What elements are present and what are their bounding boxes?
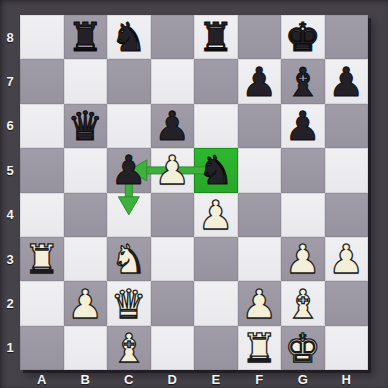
black-pawn-icon[interactable]: ♟ <box>325 59 369 103</box>
square-d2[interactable] <box>151 281 195 325</box>
square-e7[interactable] <box>194 59 238 103</box>
square-f3[interactable] <box>238 237 282 281</box>
square-h4[interactable] <box>325 193 369 237</box>
square-h8[interactable] <box>325 15 369 59</box>
file-label-d: D <box>151 370 195 388</box>
black-rook-icon[interactable]: ♜ <box>194 15 238 59</box>
square-d4[interactable] <box>151 193 195 237</box>
square-b1[interactable] <box>64 326 108 370</box>
rank-label-3: 3 <box>0 237 20 281</box>
black-pawn-icon[interactable]: ♟ <box>151 104 195 148</box>
white-bishop-icon[interactable]: ♝ <box>281 281 325 325</box>
file-label-b: B <box>64 370 108 388</box>
white-pawn-icon[interactable]: ♟ <box>194 193 238 237</box>
file-label-a: A <box>20 370 64 388</box>
rank-label-8: 8 <box>0 15 20 59</box>
square-b3[interactable] <box>64 237 108 281</box>
square-a5[interactable] <box>20 148 64 192</box>
black-king-icon[interactable]: ♚ <box>281 15 325 59</box>
square-h5[interactable] <box>325 148 369 192</box>
rank-label-4: 4 <box>0 193 20 237</box>
square-e2[interactable] <box>194 281 238 325</box>
square-a7[interactable] <box>20 59 64 103</box>
square-g4[interactable] <box>281 193 325 237</box>
square-b4[interactable] <box>64 193 108 237</box>
rank-label-5: 5 <box>0 148 20 192</box>
square-d8[interactable] <box>151 15 195 59</box>
square-f8[interactable] <box>238 15 282 59</box>
square-f6[interactable] <box>238 104 282 148</box>
rank-label-1: 1 <box>0 326 20 370</box>
rank-labels: 87654321 <box>0 15 20 370</box>
white-rook-icon[interactable]: ♜ <box>238 326 282 370</box>
rank-label-2: 2 <box>0 281 20 325</box>
square-c4[interactable] <box>107 193 151 237</box>
rank-label-6: 6 <box>0 104 20 148</box>
white-pawn-icon[interactable]: ♟ <box>64 281 108 325</box>
white-knight-icon[interactable]: ♞ <box>107 237 151 281</box>
square-d7[interactable] <box>151 59 195 103</box>
white-pawn-icon[interactable]: ♟ <box>151 148 195 192</box>
white-pawn-icon[interactable]: ♟ <box>325 237 369 281</box>
rank-label-7: 7 <box>0 59 20 103</box>
file-label-e: E <box>194 370 238 388</box>
black-pawn-icon[interactable]: ♟ <box>238 59 282 103</box>
file-label-h: H <box>325 370 369 388</box>
chess-board: ♜♞♜♚♟♝♟♛♟♟♟♟♞♟♜♞♟♟♟♛♟♝♝♜♚ <box>20 15 368 370</box>
square-d3[interactable] <box>151 237 195 281</box>
square-h2[interactable] <box>325 281 369 325</box>
square-f4[interactable] <box>238 193 282 237</box>
square-e6[interactable] <box>194 104 238 148</box>
square-a4[interactable] <box>20 193 64 237</box>
file-label-f: F <box>238 370 282 388</box>
black-knight-icon[interactable]: ♞ <box>107 15 151 59</box>
black-pawn-icon[interactable]: ♟ <box>107 148 151 192</box>
white-pawn-icon[interactable]: ♟ <box>281 237 325 281</box>
square-c7[interactable] <box>107 59 151 103</box>
black-queen-icon[interactable]: ♛ <box>64 104 108 148</box>
file-labels: ABCDEFGH <box>20 370 368 388</box>
square-a6[interactable] <box>20 104 64 148</box>
square-h1[interactable] <box>325 326 369 370</box>
white-pawn-icon[interactable]: ♟ <box>238 281 282 325</box>
square-g5[interactable] <box>281 148 325 192</box>
square-b7[interactable] <box>64 59 108 103</box>
square-c6[interactable] <box>107 104 151 148</box>
square-a1[interactable] <box>20 326 64 370</box>
black-knight-icon[interactable]: ♞ <box>194 148 238 192</box>
square-e1[interactable] <box>194 326 238 370</box>
white-rook-icon[interactable]: ♜ <box>20 237 64 281</box>
square-f5[interactable] <box>238 148 282 192</box>
white-king-icon[interactable]: ♚ <box>281 326 325 370</box>
file-label-c: C <box>107 370 151 388</box>
square-b5[interactable] <box>64 148 108 192</box>
file-label-g: G <box>281 370 325 388</box>
white-queen-icon[interactable]: ♛ <box>107 281 151 325</box>
square-h6[interactable] <box>325 104 369 148</box>
black-pawn-icon[interactable]: ♟ <box>281 104 325 148</box>
black-bishop-icon[interactable]: ♝ <box>281 59 325 103</box>
white-bishop-icon[interactable]: ♝ <box>107 326 151 370</box>
chess-app-window: ♜♞♜♚♟♝♟♛♟♟♟♟♞♟♜♞♟♟♟♛♟♝♝♜♚ 87654321 ABCDE… <box>0 0 388 388</box>
square-d1[interactable] <box>151 326 195 370</box>
black-rook-icon[interactable]: ♜ <box>64 15 108 59</box>
square-e3[interactable] <box>194 237 238 281</box>
square-a2[interactable] <box>20 281 64 325</box>
square-a8[interactable] <box>20 15 64 59</box>
